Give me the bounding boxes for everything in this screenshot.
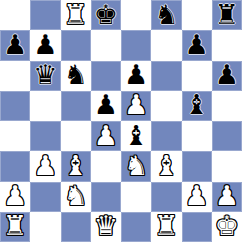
square-c8[interactable]: ♜ bbox=[61, 0, 91, 30]
white-rook-icon[interactable]: ♜ bbox=[64, 1, 88, 28]
square-f2[interactable] bbox=[151, 182, 181, 212]
square-e1[interactable] bbox=[121, 212, 151, 242]
black-knight-icon[interactable]: ♞ bbox=[154, 1, 178, 28]
black-pawn-icon[interactable]: ♟ bbox=[215, 61, 239, 88]
white-pawn-icon[interactable]: ♟ bbox=[215, 182, 239, 209]
white-pawn-icon[interactable]: ♟ bbox=[33, 152, 57, 179]
square-f7[interactable] bbox=[151, 30, 181, 60]
square-c4[interactable] bbox=[61, 121, 91, 151]
square-e8[interactable] bbox=[121, 0, 151, 30]
square-h8[interactable]: ♜ bbox=[212, 0, 242, 30]
white-pawn-icon[interactable]: ♟ bbox=[185, 182, 209, 209]
square-d8[interactable]: ♚ bbox=[91, 0, 121, 30]
square-a3[interactable] bbox=[0, 151, 30, 181]
square-e3[interactable]: ♞ bbox=[121, 151, 151, 181]
square-b1[interactable] bbox=[30, 212, 60, 242]
black-pawn-icon[interactable]: ♟ bbox=[94, 91, 118, 118]
chess-board: ♜♚♞♜♟♟♟♛♞♟♟♟♟♝♟♝♟♝♞♝♟♞♟♟♜♛♜♚ bbox=[0, 0, 242, 242]
square-h4[interactable] bbox=[212, 121, 242, 151]
square-d7[interactable] bbox=[91, 30, 121, 60]
square-a7[interactable]: ♟ bbox=[0, 30, 30, 60]
white-rook-icon[interactable]: ♜ bbox=[3, 212, 27, 239]
square-f3[interactable]: ♝ bbox=[151, 151, 181, 181]
square-c7[interactable] bbox=[61, 30, 91, 60]
square-h6[interactable]: ♟ bbox=[212, 61, 242, 91]
square-b2[interactable] bbox=[30, 182, 60, 212]
square-f5[interactable] bbox=[151, 91, 181, 121]
white-knight-icon[interactable]: ♞ bbox=[64, 182, 88, 209]
square-f4[interactable] bbox=[151, 121, 181, 151]
white-pawn-icon[interactable]: ♟ bbox=[124, 91, 148, 118]
square-h5[interactable] bbox=[212, 91, 242, 121]
white-king-icon[interactable]: ♚ bbox=[215, 212, 239, 239]
square-d4[interactable]: ♟ bbox=[91, 121, 121, 151]
square-g3[interactable] bbox=[182, 151, 212, 181]
square-b8[interactable] bbox=[30, 0, 60, 30]
square-g8[interactable] bbox=[182, 0, 212, 30]
square-g7[interactable]: ♟ bbox=[182, 30, 212, 60]
square-a8[interactable] bbox=[0, 0, 30, 30]
square-c5[interactable] bbox=[61, 91, 91, 121]
square-h7[interactable] bbox=[212, 30, 242, 60]
square-d1[interactable]: ♛ bbox=[91, 212, 121, 242]
square-e4[interactable]: ♝ bbox=[121, 121, 151, 151]
square-d3[interactable] bbox=[91, 151, 121, 181]
black-pawn-icon[interactable]: ♟ bbox=[3, 31, 27, 58]
square-e6[interactable]: ♟ bbox=[121, 61, 151, 91]
white-bishop-icon[interactable]: ♝ bbox=[64, 152, 88, 179]
white-rook-icon[interactable]: ♜ bbox=[154, 212, 178, 239]
square-e7[interactable] bbox=[121, 30, 151, 60]
white-pawn-icon[interactable]: ♟ bbox=[3, 182, 27, 209]
square-g4[interactable] bbox=[182, 121, 212, 151]
white-bishop-icon[interactable]: ♝ bbox=[154, 152, 178, 179]
square-e2[interactable] bbox=[121, 182, 151, 212]
square-a5[interactable] bbox=[0, 91, 30, 121]
square-c6[interactable]: ♞ bbox=[61, 61, 91, 91]
black-bishop-icon[interactable]: ♝ bbox=[124, 122, 148, 149]
square-g6[interactable] bbox=[182, 61, 212, 91]
white-knight-icon[interactable]: ♞ bbox=[124, 152, 148, 179]
square-d2[interactable] bbox=[91, 182, 121, 212]
square-a1[interactable]: ♜ bbox=[0, 212, 30, 242]
square-c2[interactable]: ♞ bbox=[61, 182, 91, 212]
square-b6[interactable]: ♛ bbox=[30, 61, 60, 91]
square-f6[interactable] bbox=[151, 61, 181, 91]
square-b3[interactable]: ♟ bbox=[30, 151, 60, 181]
black-rook-icon[interactable]: ♜ bbox=[215, 1, 239, 28]
square-b7[interactable]: ♟ bbox=[30, 30, 60, 60]
square-a2[interactable]: ♟ bbox=[0, 182, 30, 212]
square-h3[interactable] bbox=[212, 151, 242, 181]
square-g2[interactable]: ♟ bbox=[182, 182, 212, 212]
square-c1[interactable] bbox=[61, 212, 91, 242]
square-d6[interactable] bbox=[91, 61, 121, 91]
square-b5[interactable] bbox=[30, 91, 60, 121]
square-d5[interactable]: ♟ bbox=[91, 91, 121, 121]
square-f1[interactable]: ♜ bbox=[151, 212, 181, 242]
square-h2[interactable]: ♟ bbox=[212, 182, 242, 212]
square-b4[interactable] bbox=[30, 121, 60, 151]
black-pawn-icon[interactable]: ♟ bbox=[124, 61, 148, 88]
black-pawn-icon[interactable]: ♟ bbox=[185, 31, 209, 58]
black-queen-icon[interactable]: ♛ bbox=[33, 61, 57, 88]
black-king-icon[interactable]: ♚ bbox=[94, 1, 118, 28]
square-f8[interactable]: ♞ bbox=[151, 0, 181, 30]
square-c3[interactable]: ♝ bbox=[61, 151, 91, 181]
white-pawn-icon[interactable]: ♟ bbox=[94, 122, 118, 149]
black-bishop-icon[interactable]: ♝ bbox=[185, 91, 209, 118]
black-pawn-icon[interactable]: ♟ bbox=[33, 31, 57, 58]
black-knight-icon[interactable]: ♞ bbox=[64, 61, 88, 88]
square-g5[interactable]: ♝ bbox=[182, 91, 212, 121]
white-queen-icon[interactable]: ♛ bbox=[94, 212, 118, 239]
square-e5[interactable]: ♟ bbox=[121, 91, 151, 121]
square-h1[interactable]: ♚ bbox=[212, 212, 242, 242]
square-g1[interactable] bbox=[182, 212, 212, 242]
square-a6[interactable] bbox=[0, 61, 30, 91]
square-a4[interactable] bbox=[0, 121, 30, 151]
